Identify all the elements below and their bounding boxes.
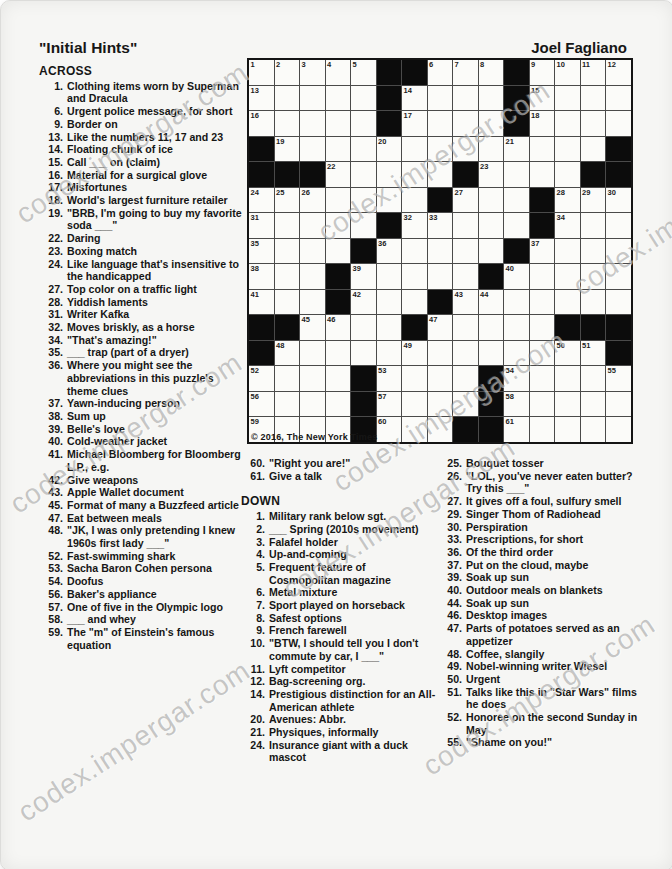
black-cell <box>377 111 402 136</box>
grid-cell[interactable] <box>581 86 606 111</box>
grid-cell[interactable] <box>326 111 351 136</box>
grid-cell[interactable] <box>275 213 300 238</box>
clue-item: 1.Military rank below sgt. <box>241 510 437 523</box>
grid-cell[interactable] <box>555 86 580 111</box>
grid-cell[interactable]: 25 <box>275 188 300 213</box>
clue-number: 13. <box>39 131 67 144</box>
grid-cell[interactable] <box>581 137 606 162</box>
grid-cell[interactable]: 37 <box>530 239 555 264</box>
clue-number: 40. <box>438 584 466 597</box>
grid-cell[interactable] <box>351 315 376 340</box>
grid-cell[interactable] <box>351 162 376 187</box>
cell-number: 11 <box>582 60 590 69</box>
grid-cell[interactable] <box>606 290 631 315</box>
clue-number: 14. <box>39 143 67 156</box>
grid-cell[interactable] <box>453 86 478 111</box>
grid-cell[interactable] <box>581 239 606 264</box>
grid-cell[interactable] <box>453 341 478 366</box>
clue-text: "Right you are!" <box>269 457 437 470</box>
grid-cell[interactable]: 42 <box>351 290 376 315</box>
grid-cell[interactable] <box>275 86 300 111</box>
grid-cell[interactable]: 44 <box>479 290 504 315</box>
grid-cell[interactable]: 46 <box>326 315 351 340</box>
grid-cell[interactable] <box>453 213 478 238</box>
clue-number: 24. <box>241 739 269 764</box>
grid-cell[interactable] <box>555 290 580 315</box>
grid-cell[interactable] <box>606 111 631 136</box>
grid-cell[interactable] <box>402 239 427 264</box>
grid-cell[interactable] <box>275 366 300 391</box>
grid-cell[interactable] <box>377 188 402 213</box>
grid-cell[interactable] <box>530 341 555 366</box>
clue-item: 3.Falafel holder <box>241 536 437 549</box>
grid-cell[interactable] <box>300 137 325 162</box>
grid-cell[interactable]: 57 <box>377 392 402 417</box>
clue-text: Border on <box>67 118 245 131</box>
grid-cell[interactable] <box>275 290 300 315</box>
clue-item: 6.Urgent police message, for short <box>39 105 245 118</box>
grid-cell[interactable] <box>428 137 453 162</box>
grid-cell[interactable]: 47 <box>428 315 453 340</box>
grid-cell[interactable]: 43 <box>453 290 478 315</box>
grid-cell[interactable] <box>402 392 427 417</box>
grid-cell[interactable] <box>530 392 555 417</box>
grid-cell[interactable] <box>606 86 631 111</box>
grid-cell[interactable]: 17 <box>402 111 427 136</box>
black-cell <box>326 290 351 315</box>
grid-cell[interactable] <box>326 239 351 264</box>
clue-item: 22.Daring <box>39 232 245 245</box>
clue-number: 8. <box>241 612 269 625</box>
clue-number: 29. <box>438 508 466 521</box>
grid-cell[interactable] <box>300 366 325 391</box>
grid-cell[interactable] <box>530 264 555 289</box>
grid-cell[interactable] <box>530 290 555 315</box>
grid-cell[interactable]: 34 <box>555 213 580 238</box>
grid-cell[interactable] <box>581 366 606 391</box>
clue-text: Writer Kafka <box>67 308 245 321</box>
grid-cell[interactable]: 8 <box>479 60 504 85</box>
grid-cell[interactable]: 26 <box>300 188 325 213</box>
clue-number: 18. <box>39 194 67 207</box>
grid-cell[interactable]: 19 <box>275 137 300 162</box>
grid-cell[interactable]: 30 <box>606 188 631 213</box>
clue-item: 56.Baker's appliance <box>39 588 245 601</box>
grid-cell[interactable]: 22 <box>326 162 351 187</box>
grid-cell[interactable]: 9 <box>530 60 555 85</box>
black-cell <box>428 188 453 213</box>
clue-number: 15. <box>39 156 67 169</box>
grid-cell[interactable] <box>453 264 478 289</box>
clue-number: 58. <box>39 613 67 626</box>
clue-text: Cold-weather jacket <box>67 435 245 448</box>
grid-cell[interactable] <box>606 264 631 289</box>
grid-cell[interactable]: 24 <box>249 188 274 213</box>
clue-item: 52.Fast-swimming shark <box>39 550 245 563</box>
grid-cell[interactable] <box>300 213 325 238</box>
clue-number: 5. <box>241 561 269 586</box>
black-cell <box>555 315 580 340</box>
clue-item: 55."Shame on you!" <box>438 736 648 749</box>
black-cell <box>377 86 402 111</box>
grid-cell[interactable]: 36 <box>377 239 402 264</box>
clue-text: Sum up <box>67 410 245 423</box>
grid-cell[interactable] <box>504 162 529 187</box>
clue-text: Safest options <box>269 612 437 625</box>
cell-number: 45 <box>302 315 310 324</box>
grid-cell[interactable]: 33 <box>428 213 453 238</box>
clue-text: "That's amazing!" <box>67 334 245 347</box>
grid-cell[interactable] <box>402 417 427 442</box>
grid-cell[interactable] <box>504 341 529 366</box>
black-cell <box>351 366 376 391</box>
grid-cell[interactable]: 2 <box>275 60 300 85</box>
clue-item: 50.Urgent <box>438 673 648 686</box>
grid-cell[interactable]: 3 <box>300 60 325 85</box>
grid-cell[interactable] <box>351 213 376 238</box>
grid-cell[interactable] <box>428 341 453 366</box>
grid-cell[interactable]: 53 <box>377 366 402 391</box>
grid-cell[interactable] <box>377 290 402 315</box>
grid-cell[interactable] <box>479 86 504 111</box>
grid-cell[interactable] <box>300 341 325 366</box>
grid-cell[interactable] <box>555 366 580 391</box>
cell-number: 59 <box>251 417 259 426</box>
grid-cell[interactable] <box>402 188 427 213</box>
clue-item: 36.Where you might see the abbreviations… <box>39 359 245 397</box>
cell-number: 26 <box>302 188 310 197</box>
grid-cell[interactable] <box>606 417 631 442</box>
grid-cell[interactable]: 11 <box>581 60 606 85</box>
grid-cell[interactable]: 29 <box>581 188 606 213</box>
grid-cell[interactable]: 50 <box>555 341 580 366</box>
grid-cell[interactable]: 35 <box>249 239 274 264</box>
grid-cell[interactable]: 21 <box>504 137 529 162</box>
grid-cell[interactable] <box>428 111 453 136</box>
clue-number: 30. <box>438 521 466 534</box>
clue-item: 39.Soak up sun <box>438 571 648 584</box>
grid-cell[interactable]: 40 <box>504 264 529 289</box>
grid-cell[interactable] <box>402 264 427 289</box>
grid-cell[interactable]: 6 <box>428 60 453 85</box>
clue-item: 35.___ trap (part of a dryer) <box>39 346 245 359</box>
clue-item: 16.Material for a surgical glove <box>39 169 245 182</box>
grid-cell[interactable] <box>581 290 606 315</box>
clue-text: Avenues: Abbr. <box>269 713 437 726</box>
clue-number: 21. <box>241 726 269 739</box>
grid-cell[interactable] <box>326 188 351 213</box>
grid-cell[interactable] <box>530 137 555 162</box>
grid-cell[interactable] <box>453 366 478 391</box>
grid-cell[interactable] <box>275 239 300 264</box>
grid-cell[interactable] <box>326 213 351 238</box>
grid-cell[interactable] <box>351 86 376 111</box>
grid-cell[interactable]: 12 <box>606 60 631 85</box>
clue-number: 48. <box>438 648 466 661</box>
grid-cell[interactable] <box>275 392 300 417</box>
grid-cell[interactable]: 45 <box>300 315 325 340</box>
clue-item: 20.Avenues: Abbr. <box>241 713 437 726</box>
grid-cell[interactable] <box>453 137 478 162</box>
grid-cell[interactable] <box>326 366 351 391</box>
grid-cell[interactable]: 18 <box>530 111 555 136</box>
down-header: DOWN <box>241 495 437 508</box>
grid-cell[interactable] <box>504 315 529 340</box>
grid-cell[interactable] <box>555 417 580 442</box>
grid-cell[interactable] <box>428 239 453 264</box>
clue-number: 40. <box>39 435 67 448</box>
clue-number: 39. <box>39 423 67 436</box>
grid-cell[interactable] <box>326 341 351 366</box>
grid-cell[interactable] <box>504 290 529 315</box>
clue-text: Daring <box>67 232 245 245</box>
grid-cell[interactable] <box>453 239 478 264</box>
clue-item: 8.Safest options <box>241 612 437 625</box>
clue-number: 53. <box>39 562 67 575</box>
grid-cell[interactable] <box>326 392 351 417</box>
grid-cell[interactable] <box>504 213 529 238</box>
clue-text: Call ___ on (claim) <box>67 156 245 169</box>
grid-cell[interactable]: 15 <box>530 86 555 111</box>
clue-text: Yawn-inducing person <box>67 397 245 410</box>
cell-number: 16 <box>251 111 259 120</box>
grid-cell[interactable]: 38 <box>249 264 274 289</box>
grid-cell[interactable] <box>479 213 504 238</box>
clue-number: 51. <box>438 686 466 711</box>
page-title: "Initial Hints" <box>39 39 137 57</box>
grid-cell[interactable] <box>351 188 376 213</box>
cell-number: 53 <box>378 366 386 375</box>
grid-cell[interactable] <box>402 162 427 187</box>
grid-cell[interactable] <box>326 137 351 162</box>
grid-cell[interactable]: 55 <box>606 366 631 391</box>
byline: Joel Fagliano <box>531 39 627 56</box>
page-header: "Initial Hints" Joel Fagliano <box>39 39 627 57</box>
clue-text: Of the third order <box>466 546 648 559</box>
clue-number: 44. <box>438 597 466 610</box>
grid-cell[interactable]: 60 <box>377 417 402 442</box>
cell-number: 17 <box>404 111 412 120</box>
grid-cell[interactable] <box>581 111 606 136</box>
clue-item: 17.Misfortunes <box>39 181 245 194</box>
cell-number: 40 <box>506 264 514 273</box>
clue-number: 47. <box>39 512 67 525</box>
clue-item: 26."LOL, you've never eaten butter? Try … <box>438 470 648 495</box>
grid-cell[interactable] <box>428 417 453 442</box>
grid-cell[interactable] <box>402 137 427 162</box>
grid-cell[interactable]: 13 <box>249 86 274 111</box>
clue-item: 41.Michael Bloomberg for Bloomberg L.P.,… <box>39 448 245 473</box>
clue-item: 29.Singer Thom of Radiohead <box>438 508 648 521</box>
clue-item: 46.Desktop images <box>438 609 648 622</box>
grid-cell[interactable] <box>351 111 376 136</box>
grid-cell[interactable] <box>530 315 555 340</box>
clue-text: Soak up sun <box>466 571 648 584</box>
clue-item: 32.Moves briskly, as a horse <box>39 321 245 334</box>
grid-cell[interactable] <box>479 188 504 213</box>
grid-cell[interactable]: 31 <box>249 213 274 238</box>
grid-cell[interactable]: 54 <box>504 366 529 391</box>
grid-cell[interactable] <box>428 392 453 417</box>
grid-cell[interactable]: 20 <box>377 137 402 162</box>
clue-text: Like the numbers 11, 17 and 23 <box>67 131 245 144</box>
clue-number: 36. <box>39 359 67 397</box>
grid-cell[interactable]: 27 <box>453 188 478 213</box>
grid-cell[interactable] <box>453 111 478 136</box>
black-cell <box>530 188 555 213</box>
grid-cell[interactable] <box>300 86 325 111</box>
cell-number: 12 <box>608 60 616 69</box>
clue-number: 59. <box>39 626 67 651</box>
black-cell <box>377 213 402 238</box>
clue-item: 34."That's amazing!" <box>39 334 245 347</box>
clue-item: 4.Up-and-coming <box>241 548 437 561</box>
grid-cell[interactable] <box>555 137 580 162</box>
grid-cell[interactable]: 23 <box>479 162 504 187</box>
grid-cell[interactable] <box>377 315 402 340</box>
grid-cell[interactable] <box>581 213 606 238</box>
black-cell <box>479 264 504 289</box>
across-clue-column: ACROSS 1.Clothing items worn by Superman… <box>39 65 245 651</box>
clue-item: 19."BRB, I'm going to buy my favorite so… <box>39 207 245 232</box>
grid-cell[interactable] <box>555 264 580 289</box>
grid-cell[interactable] <box>326 86 351 111</box>
clue-text: Metal mixture <box>269 586 437 599</box>
grid-cell[interactable] <box>402 290 427 315</box>
grid-cell[interactable] <box>428 264 453 289</box>
grid-cell[interactable] <box>581 264 606 289</box>
clue-number: 41. <box>39 448 67 473</box>
clue-item: 33.Prescriptions, for short <box>438 533 648 546</box>
clue-item: 14.Prestigious distinction for an All-Am… <box>241 688 437 713</box>
grid-cell[interactable] <box>479 315 504 340</box>
clue-item: 47.Eat between meals <box>39 512 245 525</box>
grid-cell[interactable] <box>555 392 580 417</box>
clue-text: Sacha Baron Cohen persona <box>67 562 245 575</box>
grid-cell[interactable]: 28 <box>555 188 580 213</box>
grid-cell[interactable] <box>453 392 478 417</box>
grid-cell[interactable]: 7 <box>453 60 478 85</box>
clue-number: 26. <box>438 470 466 495</box>
grid-cell[interactable] <box>530 417 555 442</box>
grid-cell[interactable] <box>581 417 606 442</box>
across-clues-1-59: 1.Clothing items worn by Superman and Dr… <box>39 80 245 652</box>
clue-item: 18.World's largest furniture retailer <box>39 194 245 207</box>
grid-cell[interactable] <box>606 239 631 264</box>
clue-text: Apple Wallet document <box>67 486 245 499</box>
grid-cell[interactable] <box>300 392 325 417</box>
clue-number: 35. <box>39 346 67 359</box>
grid-cell[interactable]: 52 <box>249 366 274 391</box>
clue-text: Michael Bloomberg for Bloomberg L.P., e.… <box>67 448 245 473</box>
clue-text: Desktop images <box>466 609 648 622</box>
grid-cell[interactable] <box>428 86 453 111</box>
grid-cell[interactable]: 58 <box>504 392 529 417</box>
grid-cell[interactable] <box>377 341 402 366</box>
grid-cell[interactable] <box>555 239 580 264</box>
grid-cell[interactable] <box>479 341 504 366</box>
grid-cell[interactable] <box>555 162 580 187</box>
grid-cell[interactable] <box>606 213 631 238</box>
cell-number: 31 <box>251 213 259 222</box>
grid-cell[interactable]: 14 <box>402 86 427 111</box>
grid-cell[interactable] <box>300 290 325 315</box>
clue-number: 6. <box>39 105 67 118</box>
grid-cell[interactable]: 48 <box>275 341 300 366</box>
grid-cell[interactable] <box>300 111 325 136</box>
clue-number: 50. <box>438 673 466 686</box>
grid-cell[interactable] <box>300 239 325 264</box>
clue-item: 49.Nobel-winning writer Wiesel <box>438 660 648 673</box>
clue-number: 61. <box>241 470 269 483</box>
clue-item: 27.Top color on a traffic light <box>39 283 245 296</box>
grid-cell[interactable] <box>428 366 453 391</box>
clue-text: "LOL, you've never eaten butter? Try thi… <box>466 470 648 495</box>
grid-cell[interactable] <box>377 264 402 289</box>
cell-number: 60 <box>378 417 386 426</box>
grid-cell[interactable]: 16 <box>249 111 274 136</box>
grid-cell[interactable] <box>530 366 555 391</box>
grid-cell[interactable] <box>530 162 555 187</box>
grid-cell[interactable]: 49 <box>402 341 427 366</box>
grid-cell[interactable] <box>428 162 453 187</box>
clue-number: 6. <box>241 586 269 599</box>
grid-cell[interactable] <box>555 111 580 136</box>
grid-cell[interactable] <box>300 264 325 289</box>
grid-cell[interactable]: 32 <box>402 213 427 238</box>
grid-cell[interactable] <box>479 137 504 162</box>
cell-number: 21 <box>506 137 514 146</box>
clue-item: 24.Like language that's insensitive to t… <box>39 258 245 283</box>
grid-cell[interactable] <box>275 264 300 289</box>
black-cell <box>581 315 606 340</box>
grid-cell[interactable] <box>402 366 427 391</box>
cell-number: 3 <box>302 60 306 69</box>
grid-cell[interactable] <box>479 239 504 264</box>
grid-cell[interactable]: 41 <box>249 290 274 315</box>
clue-number: 19. <box>39 207 67 232</box>
cell-number: 32 <box>404 213 412 222</box>
grid-cell[interactable]: 10 <box>555 60 580 85</box>
grid-cell[interactable]: 1 <box>249 60 274 85</box>
grid-cell[interactable] <box>453 315 478 340</box>
clue-text: Yiddish laments <box>67 296 245 309</box>
grid-cell[interactable] <box>504 188 529 213</box>
grid-cell[interactable] <box>351 341 376 366</box>
crossword-grid[interactable]: 1234567891011121314151617181920212223242… <box>247 58 633 444</box>
grid-cell[interactable] <box>377 162 402 187</box>
clue-item: 24.Insurance giant with a duck mascot <box>241 739 437 764</box>
grid-cell[interactable] <box>581 392 606 417</box>
clue-number: 20. <box>241 713 269 726</box>
grid-cell[interactable]: 56 <box>249 392 274 417</box>
grid-cell[interactable] <box>351 137 376 162</box>
grid-cell[interactable] <box>275 111 300 136</box>
grid-cell[interactable]: 5 <box>351 60 376 85</box>
grid-cell[interactable] <box>479 111 504 136</box>
black-cell <box>479 417 504 442</box>
grid-cell[interactable]: 51 <box>581 341 606 366</box>
cell-number: 6 <box>429 60 433 69</box>
grid-cell[interactable]: 39 <box>351 264 376 289</box>
clue-item: 40.Outdoor meals on blankets <box>438 584 648 597</box>
grid-cell[interactable]: 61 <box>504 417 529 442</box>
grid-cell[interactable]: 4 <box>326 60 351 85</box>
clue-text: Urgent <box>466 673 648 686</box>
grid-cell[interactable] <box>606 392 631 417</box>
black-cell <box>351 392 376 417</box>
clue-item: 42.Give weapons <box>39 474 245 487</box>
